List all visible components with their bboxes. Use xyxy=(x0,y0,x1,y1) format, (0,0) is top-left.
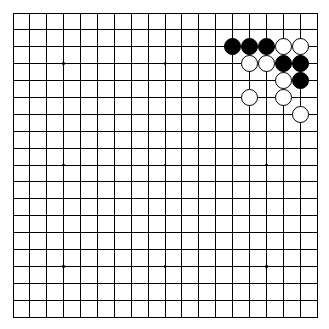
black-stone[interactable] xyxy=(275,55,292,72)
intersection[interactable] xyxy=(157,140,174,157)
intersection[interactable] xyxy=(275,55,292,72)
intersection[interactable] xyxy=(309,207,326,224)
intersection[interactable] xyxy=(38,207,55,224)
intersection[interactable] xyxy=(207,241,224,258)
intersection[interactable] xyxy=(5,89,22,106)
intersection[interactable] xyxy=(207,157,224,174)
intersection[interactable] xyxy=(157,258,174,275)
intersection[interactable] xyxy=(5,72,22,89)
intersection[interactable] xyxy=(5,21,22,38)
intersection[interactable] xyxy=(292,21,309,38)
intersection[interactable] xyxy=(106,21,123,38)
intersection[interactable] xyxy=(309,190,326,207)
intersection[interactable] xyxy=(5,190,22,207)
intersection[interactable] xyxy=(140,157,157,174)
intersection[interactable] xyxy=(106,55,123,72)
black-stone[interactable] xyxy=(292,55,309,72)
intersection[interactable] xyxy=(38,157,55,174)
intersection[interactable] xyxy=(72,207,89,224)
intersection[interactable] xyxy=(224,207,241,224)
intersection[interactable] xyxy=(309,157,326,174)
intersection[interactable] xyxy=(106,292,123,309)
intersection[interactable] xyxy=(5,275,22,292)
intersection[interactable] xyxy=(21,72,38,89)
intersection[interactable] xyxy=(89,207,106,224)
intersection[interactable] xyxy=(38,190,55,207)
intersection[interactable] xyxy=(38,140,55,157)
white-stone[interactable] xyxy=(292,106,309,123)
intersection[interactable] xyxy=(241,190,258,207)
intersection[interactable] xyxy=(89,106,106,123)
intersection[interactable] xyxy=(224,275,241,292)
intersection[interactable] xyxy=(123,140,140,157)
intersection[interactable] xyxy=(157,21,174,38)
intersection[interactable] xyxy=(224,106,241,123)
intersection[interactable] xyxy=(275,89,292,106)
intersection[interactable] xyxy=(140,72,157,89)
intersection[interactable] xyxy=(224,72,241,89)
intersection[interactable] xyxy=(309,55,326,72)
intersection[interactable] xyxy=(292,224,309,241)
intersection[interactable] xyxy=(224,190,241,207)
intersection[interactable] xyxy=(174,224,191,241)
intersection[interactable] xyxy=(55,55,72,72)
intersection[interactable] xyxy=(5,140,22,157)
intersection[interactable] xyxy=(5,123,22,140)
intersection[interactable] xyxy=(5,241,22,258)
intersection[interactable] xyxy=(174,140,191,157)
intersection[interactable] xyxy=(72,72,89,89)
intersection[interactable] xyxy=(123,123,140,140)
intersection[interactable] xyxy=(292,38,309,55)
black-stone[interactable] xyxy=(292,72,309,89)
intersection[interactable] xyxy=(190,292,207,309)
intersection[interactable] xyxy=(89,258,106,275)
intersection[interactable] xyxy=(190,89,207,106)
intersection[interactable] xyxy=(309,309,326,326)
intersection[interactable] xyxy=(207,38,224,55)
intersection[interactable] xyxy=(292,55,309,72)
intersection[interactable] xyxy=(106,157,123,174)
intersection[interactable] xyxy=(174,157,191,174)
intersection[interactable] xyxy=(241,140,258,157)
intersection[interactable] xyxy=(55,174,72,191)
intersection[interactable] xyxy=(275,292,292,309)
intersection[interactable] xyxy=(292,241,309,258)
intersection[interactable] xyxy=(309,258,326,275)
intersection[interactable] xyxy=(140,123,157,140)
intersection[interactable] xyxy=(174,241,191,258)
intersection[interactable] xyxy=(190,72,207,89)
intersection[interactable] xyxy=(207,106,224,123)
intersection[interactable] xyxy=(72,38,89,55)
intersection[interactable] xyxy=(241,89,258,106)
intersection[interactable] xyxy=(157,190,174,207)
white-stone[interactable] xyxy=(241,55,258,72)
intersection[interactable] xyxy=(258,174,275,191)
intersection[interactable] xyxy=(258,224,275,241)
white-stone[interactable] xyxy=(275,38,292,55)
intersection[interactable] xyxy=(258,258,275,275)
intersection[interactable] xyxy=(21,207,38,224)
intersection[interactable] xyxy=(241,106,258,123)
intersection[interactable] xyxy=(5,207,22,224)
intersection[interactable] xyxy=(241,123,258,140)
intersection[interactable] xyxy=(275,5,292,22)
intersection[interactable] xyxy=(55,157,72,174)
intersection[interactable] xyxy=(207,123,224,140)
intersection[interactable] xyxy=(123,55,140,72)
intersection[interactable] xyxy=(38,292,55,309)
intersection[interactable] xyxy=(140,207,157,224)
intersection[interactable] xyxy=(89,38,106,55)
intersection[interactable] xyxy=(190,106,207,123)
intersection[interactable] xyxy=(38,258,55,275)
intersection[interactable] xyxy=(190,174,207,191)
intersection[interactable] xyxy=(190,38,207,55)
intersection[interactable] xyxy=(292,5,309,22)
intersection[interactable] xyxy=(123,174,140,191)
intersection[interactable] xyxy=(207,5,224,22)
intersection[interactable] xyxy=(292,89,309,106)
intersection[interactable] xyxy=(275,258,292,275)
intersection[interactable] xyxy=(174,292,191,309)
intersection[interactable] xyxy=(5,157,22,174)
intersection[interactable] xyxy=(157,207,174,224)
intersection[interactable] xyxy=(5,5,22,22)
intersection[interactable] xyxy=(123,38,140,55)
intersection[interactable] xyxy=(275,21,292,38)
intersection[interactable] xyxy=(140,140,157,157)
intersection[interactable] xyxy=(72,292,89,309)
intersection[interactable] xyxy=(157,174,174,191)
intersection[interactable] xyxy=(224,140,241,157)
intersection[interactable] xyxy=(89,89,106,106)
intersection[interactable] xyxy=(258,241,275,258)
intersection[interactable] xyxy=(157,89,174,106)
intersection[interactable] xyxy=(258,123,275,140)
intersection[interactable] xyxy=(89,190,106,207)
intersection[interactable] xyxy=(241,21,258,38)
intersection[interactable] xyxy=(241,38,258,55)
intersection[interactable] xyxy=(174,21,191,38)
intersection[interactable] xyxy=(241,292,258,309)
intersection[interactable] xyxy=(258,72,275,89)
intersection[interactable] xyxy=(258,5,275,22)
intersection[interactable] xyxy=(140,55,157,72)
intersection[interactable] xyxy=(55,207,72,224)
intersection[interactable] xyxy=(292,292,309,309)
intersection[interactable] xyxy=(157,5,174,22)
intersection[interactable] xyxy=(55,241,72,258)
intersection[interactable] xyxy=(140,190,157,207)
intersection[interactable] xyxy=(55,292,72,309)
intersection[interactable] xyxy=(157,157,174,174)
intersection[interactable] xyxy=(190,309,207,326)
intersection[interactable] xyxy=(309,89,326,106)
intersection[interactable] xyxy=(292,207,309,224)
intersection[interactable] xyxy=(21,5,38,22)
intersection[interactable] xyxy=(309,140,326,157)
intersection[interactable] xyxy=(275,207,292,224)
intersection[interactable] xyxy=(55,38,72,55)
intersection[interactable] xyxy=(38,174,55,191)
intersection[interactable] xyxy=(21,123,38,140)
intersection[interactable] xyxy=(21,275,38,292)
intersection[interactable] xyxy=(309,106,326,123)
intersection[interactable] xyxy=(258,21,275,38)
intersection[interactable] xyxy=(190,157,207,174)
intersection[interactable] xyxy=(258,190,275,207)
intersection[interactable] xyxy=(309,21,326,38)
intersection[interactable] xyxy=(224,292,241,309)
intersection[interactable] xyxy=(241,224,258,241)
intersection[interactable] xyxy=(21,157,38,174)
intersection[interactable] xyxy=(72,140,89,157)
intersection[interactable] xyxy=(123,190,140,207)
intersection[interactable] xyxy=(157,309,174,326)
intersection[interactable] xyxy=(21,309,38,326)
intersection[interactable] xyxy=(140,89,157,106)
intersection[interactable] xyxy=(174,174,191,191)
intersection[interactable] xyxy=(5,106,22,123)
intersection[interactable] xyxy=(55,5,72,22)
intersection[interactable] xyxy=(258,89,275,106)
intersection[interactable] xyxy=(174,275,191,292)
intersection[interactable] xyxy=(72,174,89,191)
intersection[interactable] xyxy=(106,106,123,123)
intersection[interactable] xyxy=(38,89,55,106)
intersection[interactable] xyxy=(89,55,106,72)
intersection[interactable] xyxy=(309,174,326,191)
intersection[interactable] xyxy=(174,72,191,89)
intersection[interactable] xyxy=(224,89,241,106)
intersection[interactable] xyxy=(207,55,224,72)
black-stone[interactable] xyxy=(224,38,241,55)
intersection[interactable] xyxy=(275,309,292,326)
intersection[interactable] xyxy=(55,309,72,326)
white-stone[interactable] xyxy=(275,89,292,106)
intersection[interactable] xyxy=(89,174,106,191)
intersection[interactable] xyxy=(89,224,106,241)
intersection[interactable] xyxy=(275,275,292,292)
intersection[interactable] xyxy=(207,174,224,191)
intersection[interactable] xyxy=(241,55,258,72)
intersection[interactable] xyxy=(292,174,309,191)
intersection[interactable] xyxy=(106,72,123,89)
intersection[interactable] xyxy=(21,224,38,241)
intersection[interactable] xyxy=(5,55,22,72)
intersection[interactable] xyxy=(55,224,72,241)
intersection[interactable] xyxy=(207,292,224,309)
white-stone[interactable] xyxy=(241,89,258,106)
intersection[interactable] xyxy=(140,174,157,191)
intersection[interactable] xyxy=(123,106,140,123)
intersection[interactable] xyxy=(5,292,22,309)
intersection[interactable] xyxy=(21,140,38,157)
intersection[interactable] xyxy=(207,140,224,157)
intersection[interactable] xyxy=(72,275,89,292)
intersection[interactable] xyxy=(224,123,241,140)
intersection[interactable] xyxy=(241,157,258,174)
intersection[interactable] xyxy=(241,207,258,224)
intersection[interactable] xyxy=(72,224,89,241)
intersection[interactable] xyxy=(174,207,191,224)
intersection[interactable] xyxy=(292,258,309,275)
intersection[interactable] xyxy=(207,224,224,241)
intersection[interactable] xyxy=(5,174,22,191)
intersection[interactable] xyxy=(140,258,157,275)
intersection[interactable] xyxy=(55,72,72,89)
intersection[interactable] xyxy=(174,123,191,140)
intersection[interactable] xyxy=(190,241,207,258)
intersection[interactable] xyxy=(21,241,38,258)
intersection[interactable] xyxy=(140,21,157,38)
intersection[interactable] xyxy=(241,5,258,22)
intersection[interactable] xyxy=(224,5,241,22)
intersection[interactable] xyxy=(309,224,326,241)
intersection[interactable] xyxy=(292,309,309,326)
intersection[interactable] xyxy=(38,55,55,72)
intersection[interactable] xyxy=(106,140,123,157)
intersection[interactable] xyxy=(224,224,241,241)
intersection[interactable] xyxy=(106,174,123,191)
intersection[interactable] xyxy=(38,38,55,55)
intersection[interactable] xyxy=(55,190,72,207)
intersection[interactable] xyxy=(38,309,55,326)
intersection[interactable] xyxy=(292,72,309,89)
intersection[interactable] xyxy=(275,190,292,207)
intersection[interactable] xyxy=(38,72,55,89)
intersection[interactable] xyxy=(258,157,275,174)
intersection[interactable] xyxy=(123,207,140,224)
intersection[interactable] xyxy=(207,89,224,106)
intersection[interactable] xyxy=(123,275,140,292)
intersection[interactable] xyxy=(89,21,106,38)
intersection[interactable] xyxy=(292,123,309,140)
intersection[interactable] xyxy=(258,38,275,55)
intersection[interactable] xyxy=(190,207,207,224)
intersection[interactable] xyxy=(258,309,275,326)
intersection[interactable] xyxy=(21,292,38,309)
white-stone[interactable] xyxy=(258,55,275,72)
intersection[interactable] xyxy=(123,89,140,106)
intersection[interactable] xyxy=(72,190,89,207)
intersection[interactable] xyxy=(140,224,157,241)
intersection[interactable] xyxy=(275,106,292,123)
intersection[interactable] xyxy=(207,309,224,326)
intersection[interactable] xyxy=(72,5,89,22)
intersection[interactable] xyxy=(292,157,309,174)
intersection[interactable] xyxy=(106,38,123,55)
intersection[interactable] xyxy=(224,258,241,275)
intersection[interactable] xyxy=(157,123,174,140)
intersection[interactable] xyxy=(157,275,174,292)
intersection[interactable] xyxy=(157,106,174,123)
intersection[interactable] xyxy=(106,241,123,258)
intersection[interactable] xyxy=(190,5,207,22)
intersection[interactable] xyxy=(106,275,123,292)
intersection[interactable] xyxy=(21,258,38,275)
intersection[interactable] xyxy=(190,275,207,292)
intersection[interactable] xyxy=(55,123,72,140)
intersection[interactable] xyxy=(292,190,309,207)
intersection[interactable] xyxy=(309,292,326,309)
intersection[interactable] xyxy=(123,224,140,241)
intersection[interactable] xyxy=(21,38,38,55)
intersection[interactable] xyxy=(174,38,191,55)
intersection[interactable] xyxy=(224,241,241,258)
intersection[interactable] xyxy=(292,140,309,157)
intersection[interactable] xyxy=(258,292,275,309)
white-stone[interactable] xyxy=(275,72,292,89)
intersection[interactable] xyxy=(72,106,89,123)
intersection[interactable] xyxy=(21,89,38,106)
intersection[interactable] xyxy=(309,241,326,258)
intersection[interactable] xyxy=(89,157,106,174)
intersection[interactable] xyxy=(140,5,157,22)
intersection[interactable] xyxy=(38,241,55,258)
intersection[interactable] xyxy=(106,224,123,241)
intersection[interactable] xyxy=(174,190,191,207)
intersection[interactable] xyxy=(190,123,207,140)
intersection[interactable] xyxy=(5,309,22,326)
intersection[interactable] xyxy=(275,174,292,191)
intersection[interactable] xyxy=(89,309,106,326)
intersection[interactable] xyxy=(241,275,258,292)
intersection[interactable] xyxy=(309,123,326,140)
black-stone[interactable] xyxy=(241,38,258,55)
intersection[interactable] xyxy=(106,207,123,224)
intersection[interactable] xyxy=(21,106,38,123)
intersection[interactable] xyxy=(157,224,174,241)
intersection[interactable] xyxy=(89,292,106,309)
intersection[interactable] xyxy=(275,140,292,157)
intersection[interactable] xyxy=(174,55,191,72)
intersection[interactable] xyxy=(123,258,140,275)
intersection[interactable] xyxy=(5,38,22,55)
intersection[interactable] xyxy=(106,258,123,275)
intersection[interactable] xyxy=(5,258,22,275)
black-stone[interactable] xyxy=(258,38,275,55)
intersection[interactable] xyxy=(55,140,72,157)
intersection[interactable] xyxy=(72,157,89,174)
intersection[interactable] xyxy=(21,174,38,191)
intersection[interactable] xyxy=(275,72,292,89)
intersection[interactable] xyxy=(292,275,309,292)
intersection[interactable] xyxy=(123,157,140,174)
intersection[interactable] xyxy=(224,38,241,55)
intersection[interactable] xyxy=(174,258,191,275)
intersection[interactable] xyxy=(207,275,224,292)
intersection[interactable] xyxy=(140,292,157,309)
intersection[interactable] xyxy=(55,21,72,38)
intersection[interactable] xyxy=(292,106,309,123)
intersection[interactable] xyxy=(123,72,140,89)
intersection[interactable] xyxy=(190,224,207,241)
intersection[interactable] xyxy=(140,106,157,123)
intersection[interactable] xyxy=(174,106,191,123)
intersection[interactable] xyxy=(241,241,258,258)
intersection[interactable] xyxy=(241,174,258,191)
intersection[interactable] xyxy=(89,140,106,157)
intersection[interactable] xyxy=(140,309,157,326)
intersection[interactable] xyxy=(174,89,191,106)
intersection[interactable] xyxy=(157,55,174,72)
intersection[interactable] xyxy=(258,55,275,72)
intersection[interactable] xyxy=(21,55,38,72)
intersection[interactable] xyxy=(224,21,241,38)
